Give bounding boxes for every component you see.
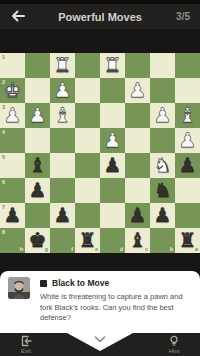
square-h5[interactable]: 5 xyxy=(0,153,25,178)
panel-title-row: Black to Move xyxy=(40,278,192,288)
square-f8[interactable]: f xyxy=(50,228,75,253)
square-e7[interactable] xyxy=(75,203,100,228)
square-d4[interactable]: ♟ xyxy=(100,128,125,153)
square-e2[interactable] xyxy=(75,78,100,103)
panel-title: Black to Move xyxy=(52,278,109,288)
square-e5[interactable] xyxy=(75,153,100,178)
piece-white-pawn: ♟ xyxy=(129,78,147,103)
square-h8[interactable]: 8h xyxy=(0,228,25,253)
piece-black-pawn: ♟ xyxy=(54,203,72,228)
square-a1[interactable] xyxy=(175,53,200,78)
square-a4[interactable]: ♟ xyxy=(175,128,200,153)
square-c7[interactable]: ♟ xyxy=(125,203,150,228)
square-a7[interactable] xyxy=(175,203,200,228)
square-h1[interactable]: 1 xyxy=(0,53,25,78)
square-b3[interactable]: ♟ xyxy=(150,103,175,128)
square-a2[interactable] xyxy=(175,78,200,103)
piece-black-knight: ♞ xyxy=(154,178,172,203)
piece-white-pawn: ♟ xyxy=(4,103,22,128)
square-b1[interactable] xyxy=(150,53,175,78)
piece-white-pawn: ♟ xyxy=(104,128,122,153)
square-d1[interactable]: ♜ xyxy=(100,53,125,78)
square-c1[interactable] xyxy=(125,53,150,78)
square-f5[interactable] xyxy=(50,153,75,178)
piece-white-pawn: ♟ xyxy=(179,128,197,153)
square-f3[interactable]: ♝ xyxy=(50,103,75,128)
hint-button[interactable]: Hint xyxy=(168,335,180,354)
square-c8[interactable]: c♝ xyxy=(125,228,150,253)
piece-white-bishop: ♝ xyxy=(54,103,72,128)
square-h7[interactable]: 7♟ xyxy=(0,203,25,228)
file-label: d xyxy=(120,246,123,252)
square-b5[interactable]: ♞ xyxy=(150,153,175,178)
square-d3[interactable] xyxy=(100,103,125,128)
square-h2[interactable]: 2♚ xyxy=(0,78,25,103)
piece-white-rook: ♜ xyxy=(104,53,122,78)
piece-black-pawn: ♟ xyxy=(104,153,122,178)
square-a6[interactable] xyxy=(175,178,200,203)
piece-black-pawn: ♟ xyxy=(154,203,172,228)
square-e4[interactable] xyxy=(75,128,100,153)
progress-counter: 3/5 xyxy=(176,11,190,22)
square-e3[interactable] xyxy=(75,103,100,128)
square-a3[interactable]: ♝ xyxy=(175,103,200,128)
piece-black-pawn: ♟ xyxy=(4,203,22,228)
square-g2[interactable] xyxy=(25,78,50,103)
square-h4[interactable]: 4 xyxy=(0,128,25,153)
piece-black-king: ♚ xyxy=(29,228,47,253)
square-g5[interactable]: ♝ xyxy=(25,153,50,178)
piece-black-pawn: ♟ xyxy=(179,153,197,178)
move-panel: Black to Move White is threatening to ca… xyxy=(0,271,200,333)
square-b7[interactable]: ♟ xyxy=(150,203,175,228)
rank-label: 6 xyxy=(2,179,5,185)
piece-black-rook: ♜ xyxy=(79,228,97,253)
panel-text: White is threatening to capture a pawn a… xyxy=(40,292,190,324)
square-d2[interactable] xyxy=(100,78,125,103)
piece-black-pawn: ♟ xyxy=(29,178,47,203)
square-h6[interactable]: 6 xyxy=(0,178,25,203)
square-d6[interactable] xyxy=(100,178,125,203)
square-d7[interactable] xyxy=(100,203,125,228)
square-f4[interactable] xyxy=(50,128,75,153)
square-d8[interactable]: d xyxy=(100,228,125,253)
file-label: b xyxy=(170,246,173,252)
piece-white-bishop: ♝ xyxy=(179,103,197,128)
piece-black-bishop: ♝ xyxy=(129,228,147,253)
square-e8[interactable]: e♜ xyxy=(75,228,100,253)
square-g7[interactable] xyxy=(25,203,50,228)
square-g1[interactable] xyxy=(25,53,50,78)
piece-black-bishop: ♝ xyxy=(29,153,47,178)
square-g6[interactable]: ♟ xyxy=(25,178,50,203)
black-to-move-icon xyxy=(40,280,47,287)
square-f7[interactable]: ♟ xyxy=(50,203,75,228)
exit-label: Exit xyxy=(21,348,31,354)
square-b6[interactable]: ♞ xyxy=(150,178,175,203)
square-e6[interactable] xyxy=(75,178,100,203)
rank-label: 8 xyxy=(2,229,5,235)
square-e1[interactable] xyxy=(75,53,100,78)
exit-button[interactable]: Exit xyxy=(20,335,32,354)
coach-avatar xyxy=(8,277,30,299)
piece-white-pawn: ♟ xyxy=(29,103,47,128)
page-title: Powerful Moves xyxy=(0,11,200,23)
file-label: f xyxy=(71,246,73,252)
square-a8[interactable]: a♜ xyxy=(175,228,200,253)
coach-photo xyxy=(8,277,30,299)
rank-label: 1 xyxy=(2,54,5,60)
hint-label: Hint xyxy=(169,348,180,354)
piece-black-rook: ♜ xyxy=(179,228,197,253)
square-c4[interactable] xyxy=(125,128,150,153)
hint-icon xyxy=(168,335,180,347)
panel-content: Black to Move White is threatening to ca… xyxy=(40,278,192,324)
square-c2[interactable]: ♟ xyxy=(125,78,150,103)
square-b4[interactable] xyxy=(150,128,175,153)
square-c3[interactable] xyxy=(125,103,150,128)
rank-label: 5 xyxy=(2,154,5,160)
square-f6[interactable] xyxy=(50,178,75,203)
square-f1[interactable]: ♜ xyxy=(50,53,75,78)
square-b8[interactable]: b xyxy=(150,228,175,253)
piece-white-knight: ♞ xyxy=(154,153,172,178)
square-g4[interactable] xyxy=(25,128,50,153)
piece-white-pawn: ♟ xyxy=(154,103,172,128)
square-b2[interactable] xyxy=(150,78,175,103)
square-c5[interactable] xyxy=(125,153,150,178)
puzzle-app: Powerful Moves 3/5 1♜♜2♚♟♟3♟♟♝♟♝4♟♟5♝♟♞♟… xyxy=(0,0,200,356)
square-c6[interactable] xyxy=(125,178,150,203)
piece-white-king: ♚ xyxy=(4,78,22,103)
square-d5[interactable]: ♟ xyxy=(100,153,125,178)
piece-white-rook: ♜ xyxy=(54,53,72,78)
file-label: h xyxy=(20,246,23,252)
chess-board: 1♜♜2♚♟♟3♟♟♝♟♝4♟♟5♝♟♞♟6♟♞7♟♟♟♟8hg♚fe♜dc♝b… xyxy=(0,53,200,253)
square-f2[interactable]: ♟ xyxy=(50,78,75,103)
header: Powerful Moves 3/5 xyxy=(0,4,200,29)
piece-white-pawn: ♟ xyxy=(54,78,72,103)
square-g8[interactable]: g♚ xyxy=(25,228,50,253)
square-a5[interactable]: ♟ xyxy=(175,153,200,178)
piece-black-pawn: ♟ xyxy=(129,203,147,228)
exit-icon xyxy=(20,335,32,347)
chevron-down-icon[interactable] xyxy=(93,335,107,344)
square-h3[interactable]: 3♟ xyxy=(0,103,25,128)
square-g3[interactable]: ♟ xyxy=(25,103,50,128)
rank-label: 4 xyxy=(2,129,5,135)
